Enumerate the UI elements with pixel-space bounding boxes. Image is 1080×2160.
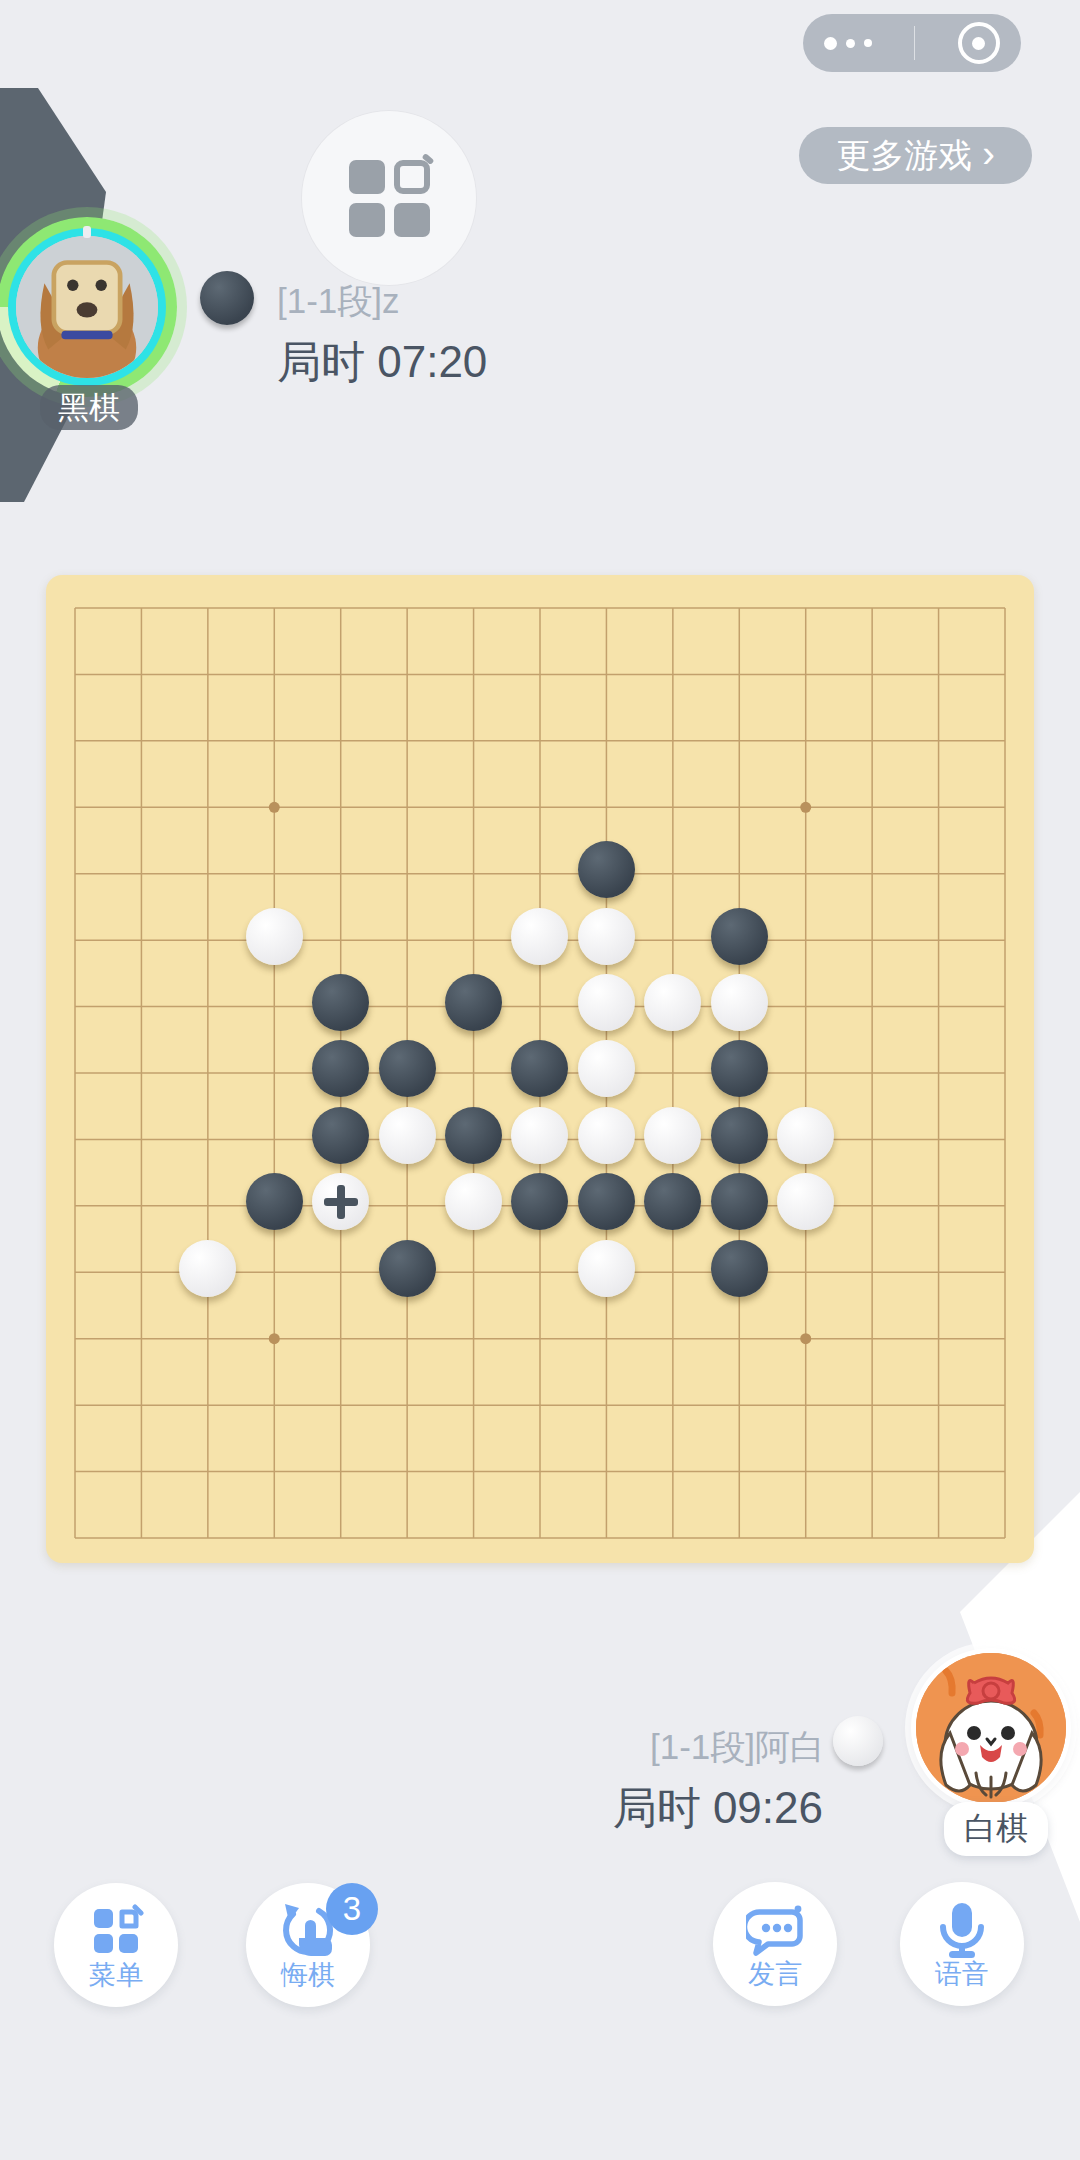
undo-count-badge: 3 — [326, 1883, 378, 1935]
black-stone — [445, 974, 502, 1031]
avatar-photo-puppy — [916, 1653, 1066, 1803]
black-player-avatar — [0, 217, 177, 397]
black-stone — [578, 1173, 635, 1230]
menu-button[interactable]: 菜单 — [54, 1883, 178, 2007]
timer-ring — [8, 228, 166, 386]
white-side-badge: 白棋 — [944, 1802, 1048, 1856]
white-stone — [711, 974, 768, 1031]
white-stone — [179, 1240, 236, 1297]
chat-bubble-icon — [746, 1901, 804, 1959]
white-stone — [578, 1040, 635, 1097]
menu-grid-icon — [88, 1902, 144, 1960]
chat-button[interactable]: 发言 — [713, 1882, 837, 2006]
white-stone — [578, 1240, 635, 1297]
black-stone — [578, 841, 635, 898]
black-stone — [312, 1040, 369, 1097]
avatar-photo-dog — [16, 236, 158, 378]
black-stone — [312, 974, 369, 1031]
black-stone — [644, 1173, 701, 1230]
stones-layer — [42, 575, 1038, 1571]
black-stone — [711, 1107, 768, 1164]
capsule-divider — [914, 26, 915, 60]
black-stone — [511, 1173, 568, 1230]
black-stone — [246, 1173, 303, 1230]
more-games-button[interactable]: 更多游戏 › — [799, 127, 1032, 184]
white-stone — [246, 908, 303, 965]
black-stone — [379, 1040, 436, 1097]
white-stone — [445, 1173, 502, 1230]
black-stone — [511, 1040, 568, 1097]
black-stone — [379, 1240, 436, 1297]
grid-icon — [349, 160, 430, 237]
black-stone — [711, 1040, 768, 1097]
black-side-badge: 黑棋 — [40, 385, 138, 430]
game-screen: 更多游戏 › 黑 — [0, 0, 1080, 2160]
undo-button[interactable]: 悔棋 3 — [246, 1883, 370, 2007]
white-stone — [511, 908, 568, 965]
black-stone — [711, 908, 768, 965]
black-stone — [711, 1240, 768, 1297]
white-stone — [644, 974, 701, 1031]
white-stone — [578, 974, 635, 1031]
black-player-timer: 局时 07:20 — [277, 333, 487, 392]
mini-program-capsule — [803, 14, 1021, 72]
white-stone — [644, 1107, 701, 1164]
more-games-label: 更多游戏 — [836, 133, 972, 179]
white-stone — [379, 1107, 436, 1164]
black-stone — [312, 1107, 369, 1164]
white-stone — [777, 1107, 834, 1164]
white-stone — [312, 1173, 369, 1230]
black-stone-icon — [200, 271, 254, 325]
white-stone-icon — [833, 1716, 883, 1766]
black-player-name: [1-1段]z — [277, 278, 400, 325]
voice-button[interactable]: 语音 — [900, 1882, 1024, 2006]
black-stone — [445, 1107, 502, 1164]
exit-circle-icon[interactable] — [958, 22, 1000, 64]
black-stone — [711, 1173, 768, 1230]
more-options-icon[interactable] — [824, 37, 872, 50]
white-stone — [578, 1107, 635, 1164]
chevron-right-icon: › — [982, 135, 995, 173]
white-stone — [511, 1107, 568, 1164]
microphone-icon — [935, 1901, 989, 1959]
white-player-avatar — [911, 1648, 1071, 1808]
white-stone — [777, 1173, 834, 1230]
game-menu-watermark — [302, 111, 476, 285]
white-player-timer: 局时 09:26 — [613, 1779, 823, 1838]
last-move-cross-marker — [312, 1173, 369, 1230]
white-player-name: [1-1段]阿白 — [650, 1724, 825, 1771]
gomoku-board[interactable] — [46, 575, 1034, 1563]
white-stone — [578, 908, 635, 965]
